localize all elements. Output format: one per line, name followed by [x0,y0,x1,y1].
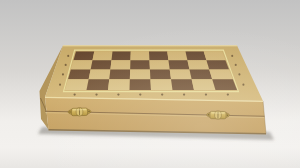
chess-box-scene [0,0,300,168]
light-glow [0,0,300,168]
photo-closed-chess-box [0,0,300,168]
